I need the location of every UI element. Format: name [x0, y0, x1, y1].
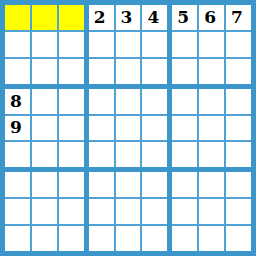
- cell-r7c2[interactable]: [32, 172, 57, 197]
- cell-r2c4[interactable]: [89, 32, 114, 57]
- cell-r4c7[interactable]: [172, 89, 197, 114]
- cell-r7c4[interactable]: [89, 172, 114, 197]
- cell-r7c5[interactable]: [116, 172, 141, 197]
- box-3-3: [172, 172, 251, 251]
- cell-r2c8[interactable]: [199, 32, 224, 57]
- cell-r1c1[interactable]: [5, 5, 30, 30]
- cell-r7c8[interactable]: [199, 172, 224, 197]
- cell-r7c3[interactable]: [59, 172, 84, 197]
- box-1-1: [5, 5, 84, 84]
- cell-r2c5[interactable]: [116, 32, 141, 57]
- cell-r5c1[interactable]: 9: [5, 116, 30, 141]
- cell-r8c1[interactable]: [5, 199, 30, 224]
- cell-r6c2[interactable]: [32, 142, 57, 167]
- cell-r8c4[interactable]: [89, 199, 114, 224]
- cell-r9c7[interactable]: [172, 226, 197, 251]
- cell-r4c2[interactable]: [32, 89, 57, 114]
- box-2-3: [172, 89, 251, 168]
- cell-r8c5[interactable]: [116, 199, 141, 224]
- cell-r2c3[interactable]: [59, 32, 84, 57]
- cell-r6c8[interactable]: [199, 142, 224, 167]
- cell-r5c9[interactable]: [226, 116, 251, 141]
- cell-r4c3[interactable]: [59, 89, 84, 114]
- cell-r8c9[interactable]: [226, 199, 251, 224]
- cell-r1c9[interactable]: 7: [226, 5, 251, 30]
- cell-r4c4[interactable]: [89, 89, 114, 114]
- cell-r2c2[interactable]: [32, 32, 57, 57]
- cell-r6c5[interactable]: [116, 142, 141, 167]
- box-3-1: [5, 172, 84, 251]
- cell-r7c1[interactable]: [5, 172, 30, 197]
- box-1-2: 234: [89, 5, 168, 84]
- cell-r3c8[interactable]: [199, 59, 224, 84]
- cell-r6c4[interactable]: [89, 142, 114, 167]
- cell-r1c7[interactable]: 5: [172, 5, 197, 30]
- cell-r5c2[interactable]: [32, 116, 57, 141]
- cell-r9c4[interactable]: [89, 226, 114, 251]
- cell-r7c6[interactable]: [142, 172, 167, 197]
- cell-r4c5[interactable]: [116, 89, 141, 114]
- cell-r5c7[interactable]: [172, 116, 197, 141]
- cell-r3c2[interactable]: [32, 59, 57, 84]
- cell-r3c6[interactable]: [142, 59, 167, 84]
- cell-r8c8[interactable]: [199, 199, 224, 224]
- cell-r6c3[interactable]: [59, 142, 84, 167]
- cell-r6c1[interactable]: [5, 142, 30, 167]
- cell-r4c6[interactable]: [142, 89, 167, 114]
- cell-r6c7[interactable]: [172, 142, 197, 167]
- cell-r9c8[interactable]: [199, 226, 224, 251]
- cell-r9c1[interactable]: [5, 226, 30, 251]
- cell-r9c9[interactable]: [226, 226, 251, 251]
- cell-r5c6[interactable]: [142, 116, 167, 141]
- cell-r3c7[interactable]: [172, 59, 197, 84]
- cell-r6c9[interactable]: [226, 142, 251, 167]
- box-2-1: 89: [5, 89, 84, 168]
- cell-r5c8[interactable]: [199, 116, 224, 141]
- cell-r3c4[interactable]: [89, 59, 114, 84]
- cell-r9c5[interactable]: [116, 226, 141, 251]
- cell-r8c2[interactable]: [32, 199, 57, 224]
- cell-r3c3[interactable]: [59, 59, 84, 84]
- box-2-2: [89, 89, 168, 168]
- cell-r3c1[interactable]: [5, 59, 30, 84]
- cell-r2c6[interactable]: [142, 32, 167, 57]
- cell-r1c3[interactable]: [59, 5, 84, 30]
- cell-r1c5[interactable]: 3: [116, 5, 141, 30]
- cell-r1c4[interactable]: 2: [89, 5, 114, 30]
- cell-r9c6[interactable]: [142, 226, 167, 251]
- cell-r5c5[interactable]: [116, 116, 141, 141]
- cell-r2c7[interactable]: [172, 32, 197, 57]
- cell-r1c8[interactable]: 6: [199, 5, 224, 30]
- cell-r1c2[interactable]: [32, 5, 57, 30]
- cell-r2c9[interactable]: [226, 32, 251, 57]
- cell-r3c5[interactable]: [116, 59, 141, 84]
- cell-r7c9[interactable]: [226, 172, 251, 197]
- cell-r6c6[interactable]: [142, 142, 167, 167]
- cell-r4c8[interactable]: [199, 89, 224, 114]
- cell-r4c9[interactable]: [226, 89, 251, 114]
- sudoku-board: 23456789: [0, 0, 256, 256]
- cell-r5c4[interactable]: [89, 116, 114, 141]
- cell-r8c3[interactable]: [59, 199, 84, 224]
- cell-r2c1[interactable]: [5, 32, 30, 57]
- cell-r5c3[interactable]: [59, 116, 84, 141]
- box-1-3: 567: [172, 5, 251, 84]
- cell-r8c7[interactable]: [172, 199, 197, 224]
- cell-r4c1[interactable]: 8: [5, 89, 30, 114]
- cell-r9c3[interactable]: [59, 226, 84, 251]
- cell-r8c6[interactable]: [142, 199, 167, 224]
- cell-r9c2[interactable]: [32, 226, 57, 251]
- box-3-2: [89, 172, 168, 251]
- cell-r7c7[interactable]: [172, 172, 197, 197]
- cell-r1c6[interactable]: 4: [142, 5, 167, 30]
- cell-r3c9[interactable]: [226, 59, 251, 84]
